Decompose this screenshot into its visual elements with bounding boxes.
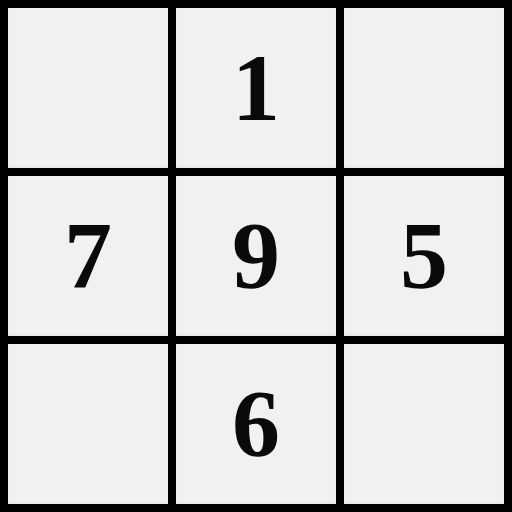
puzzle-board: 1 7 9 5 6 (0, 0, 512, 512)
cell-r2c2[interactable] (344, 344, 504, 504)
cell-r1c0[interactable]: 7 (8, 176, 168, 336)
cell-r0c1[interactable]: 1 (176, 8, 336, 168)
cell-value: 1 (232, 40, 280, 136)
cell-value: 5 (400, 208, 448, 304)
cell-value: 9 (232, 208, 280, 304)
cell-r1c2[interactable]: 5 (344, 176, 504, 336)
cell-r2c0[interactable] (8, 344, 168, 504)
cell-value: 6 (232, 376, 280, 472)
cell-r0c2[interactable] (344, 8, 504, 168)
cell-r0c0[interactable] (8, 8, 168, 168)
cell-r1c1[interactable]: 9 (176, 176, 336, 336)
cell-r2c1[interactable]: 6 (176, 344, 336, 504)
cell-value: 7 (64, 208, 112, 304)
